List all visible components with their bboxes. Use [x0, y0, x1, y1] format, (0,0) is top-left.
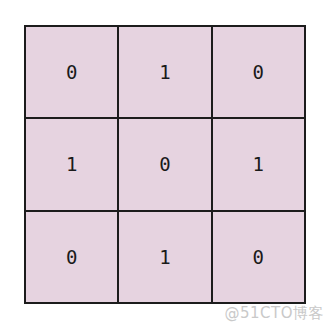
grid-cell-r1c1: 0: [119, 119, 210, 209]
grid-cell-r1c0: 1: [26, 119, 117, 209]
grid-cell-r1c2: 1: [213, 119, 304, 209]
grid-cell-r2c0: 0: [26, 212, 117, 302]
grid-cell-r0c0: 0: [26, 27, 117, 117]
grid-cell-r0c2: 0: [213, 27, 304, 117]
grid-cell-r2c2: 0: [213, 212, 304, 302]
grid-cell-r2c1: 1: [119, 212, 210, 302]
grid-cell-r0c1: 1: [119, 27, 210, 117]
watermark: @51CTO博客: [224, 304, 324, 323]
binary-grid-board: 0 1 0 1 0 1 0 1 0: [24, 25, 306, 304]
